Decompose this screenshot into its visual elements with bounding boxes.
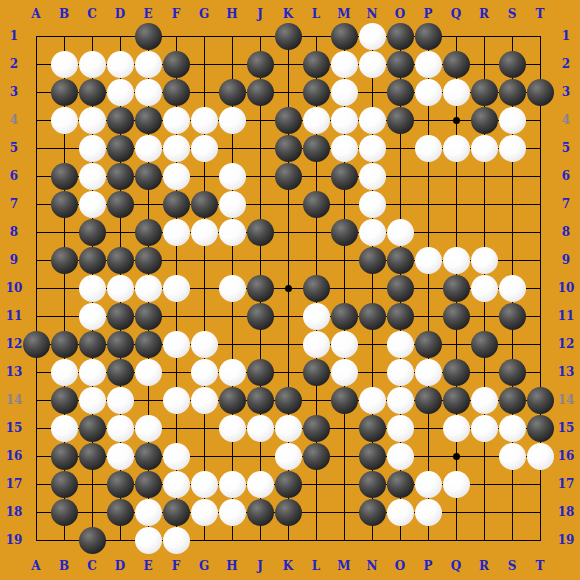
stone-white-C7 — [79, 191, 106, 218]
stone-black-S13 — [499, 359, 526, 386]
stone-white-F16 — [163, 443, 190, 470]
stone-white-E3 — [135, 79, 162, 106]
column-label-top-R: R — [472, 7, 496, 21]
stone-white-M4 — [331, 107, 358, 134]
row-label-right-17: 17 — [554, 477, 578, 491]
column-label-top-J: J — [248, 7, 272, 21]
stone-white-G8 — [191, 219, 218, 246]
stone-white-R15 — [471, 415, 498, 442]
grid-line-horizontal — [36, 540, 541, 541]
stone-black-E8 — [135, 219, 162, 246]
row-label-left-13: 13 — [2, 365, 26, 379]
stone-black-K4 — [275, 107, 302, 134]
stone-black-H3 — [219, 79, 246, 106]
stone-black-D17 — [107, 471, 134, 498]
column-label-bottom-T: T — [528, 559, 552, 573]
stone-black-B3 — [51, 79, 78, 106]
stone-white-S16 — [499, 443, 526, 470]
stone-white-S10 — [499, 275, 526, 302]
stone-white-R14 — [471, 387, 498, 414]
row-label-right-2: 2 — [554, 57, 578, 71]
stone-white-B13 — [51, 359, 78, 386]
column-label-bottom-F: F — [164, 559, 188, 573]
stone-white-E18 — [135, 499, 162, 526]
row-label-left-19: 19 — [2, 533, 26, 547]
stone-white-S5 — [499, 135, 526, 162]
column-label-bottom-K: K — [276, 559, 300, 573]
stone-white-H13 — [219, 359, 246, 386]
stone-white-G13 — [191, 359, 218, 386]
stone-white-P18 — [415, 499, 442, 526]
star-point-K10 — [285, 285, 292, 292]
column-label-bottom-B: B — [52, 559, 76, 573]
stone-white-Q15 — [443, 415, 470, 442]
stone-black-E4 — [135, 107, 162, 134]
stone-white-M12 — [331, 331, 358, 358]
stone-white-D14 — [107, 387, 134, 414]
stone-black-D9 — [107, 247, 134, 274]
row-label-right-13: 13 — [554, 365, 578, 379]
stone-black-P14 — [415, 387, 442, 414]
column-label-bottom-H: H — [220, 559, 244, 573]
column-label-bottom-J: J — [248, 559, 272, 573]
stone-black-B18 — [51, 499, 78, 526]
stone-white-H17 — [219, 471, 246, 498]
row-label-right-4: 4 — [554, 113, 578, 127]
stone-white-G4 — [191, 107, 218, 134]
stone-black-E16 — [135, 443, 162, 470]
stone-black-M6 — [331, 163, 358, 190]
stone-black-E17 — [135, 471, 162, 498]
stone-white-G17 — [191, 471, 218, 498]
stone-black-K17 — [275, 471, 302, 498]
stone-white-D3 — [107, 79, 134, 106]
star-point-Q4 — [453, 117, 460, 124]
stone-black-D5 — [107, 135, 134, 162]
stone-black-O4 — [387, 107, 414, 134]
stone-white-F4 — [163, 107, 190, 134]
stone-white-C5 — [79, 135, 106, 162]
stone-white-E2 — [135, 51, 162, 78]
stone-white-C10 — [79, 275, 106, 302]
stone-black-Q14 — [443, 387, 470, 414]
stone-black-S2 — [499, 51, 526, 78]
stone-white-O18 — [387, 499, 414, 526]
stone-white-J17 — [247, 471, 274, 498]
column-label-top-E: E — [136, 7, 160, 21]
stone-black-C9 — [79, 247, 106, 274]
stone-white-F10 — [163, 275, 190, 302]
stone-white-B2 — [51, 51, 78, 78]
stone-black-D13 — [107, 359, 134, 386]
stone-black-S14 — [499, 387, 526, 414]
stone-white-B15 — [51, 415, 78, 442]
column-label-bottom-G: G — [192, 559, 216, 573]
stone-black-E1 — [135, 23, 162, 50]
row-label-left-9: 9 — [2, 253, 26, 267]
row-label-right-5: 5 — [554, 141, 578, 155]
stone-white-O15 — [387, 415, 414, 442]
column-label-bottom-A: A — [24, 559, 48, 573]
stone-white-F19 — [163, 527, 190, 554]
column-label-top-B: B — [52, 7, 76, 21]
stone-black-T3 — [527, 79, 554, 106]
column-label-top-L: L — [304, 7, 328, 21]
stone-white-Q3 — [443, 79, 470, 106]
stone-black-D12 — [107, 331, 134, 358]
column-label-top-H: H — [220, 7, 244, 21]
stone-white-N6 — [359, 163, 386, 190]
stone-white-O8 — [387, 219, 414, 246]
column-label-bottom-C: C — [80, 559, 104, 573]
row-label-left-5: 5 — [2, 141, 26, 155]
stone-black-M1 — [331, 23, 358, 50]
stone-white-H15 — [219, 415, 246, 442]
column-label-top-K: K — [276, 7, 300, 21]
stone-black-L3 — [303, 79, 330, 106]
stone-black-J8 — [247, 219, 274, 246]
stone-black-B7 — [51, 191, 78, 218]
stone-white-K16 — [275, 443, 302, 470]
row-label-left-18: 18 — [2, 505, 26, 519]
stone-white-P9 — [415, 247, 442, 274]
stone-white-O14 — [387, 387, 414, 414]
stone-black-L13 — [303, 359, 330, 386]
stone-black-N9 — [359, 247, 386, 274]
stone-black-K18 — [275, 499, 302, 526]
row-label-left-17: 17 — [2, 477, 26, 491]
stone-black-R4 — [471, 107, 498, 134]
stone-white-E19 — [135, 527, 162, 554]
stone-black-P1 — [415, 23, 442, 50]
stone-white-H4 — [219, 107, 246, 134]
stone-black-D4 — [107, 107, 134, 134]
stone-black-S3 — [499, 79, 526, 106]
stone-black-N11 — [359, 303, 386, 330]
column-label-bottom-N: N — [360, 559, 384, 573]
stone-white-E15 — [135, 415, 162, 442]
stone-black-Q13 — [443, 359, 470, 386]
column-label-top-A: A — [24, 7, 48, 21]
column-label-bottom-D: D — [108, 559, 132, 573]
stone-black-O10 — [387, 275, 414, 302]
stone-black-T14 — [527, 387, 554, 414]
stone-black-M11 — [331, 303, 358, 330]
stone-black-R3 — [471, 79, 498, 106]
stone-white-H8 — [219, 219, 246, 246]
row-label-left-15: 15 — [2, 421, 26, 435]
stone-white-C6 — [79, 163, 106, 190]
row-label-left-10: 10 — [2, 281, 26, 295]
stone-black-L16 — [303, 443, 330, 470]
stone-black-J10 — [247, 275, 274, 302]
stone-white-B4 — [51, 107, 78, 134]
stone-black-C16 — [79, 443, 106, 470]
column-label-bottom-E: E — [136, 559, 160, 573]
row-label-left-2: 2 — [2, 57, 26, 71]
stone-black-F18 — [163, 499, 190, 526]
row-label-right-7: 7 — [554, 197, 578, 211]
stone-black-H14 — [219, 387, 246, 414]
go-board[interactable]: AABBCCDDEEFFGGHHJJKKLLMMNNOOPPQQRRSSTT11… — [0, 0, 580, 580]
stone-white-K15 — [275, 415, 302, 442]
stone-black-C12 — [79, 331, 106, 358]
stone-white-N5 — [359, 135, 386, 162]
stone-white-H10 — [219, 275, 246, 302]
stone-white-Q5 — [443, 135, 470, 162]
stone-white-F5 — [163, 135, 190, 162]
row-label-right-12: 12 — [554, 337, 578, 351]
stone-black-C19 — [79, 527, 106, 554]
stone-white-L11 — [303, 303, 330, 330]
stone-white-F14 — [163, 387, 190, 414]
column-label-bottom-M: M — [332, 559, 356, 573]
stone-white-S15 — [499, 415, 526, 442]
column-label-top-D: D — [108, 7, 132, 21]
stone-black-L10 — [303, 275, 330, 302]
stone-black-D18 — [107, 499, 134, 526]
row-label-right-15: 15 — [554, 421, 578, 435]
stone-white-N2 — [359, 51, 386, 78]
stone-white-C2 — [79, 51, 106, 78]
stone-black-F3 — [163, 79, 190, 106]
row-label-left-7: 7 — [2, 197, 26, 211]
stone-white-E10 — [135, 275, 162, 302]
stone-white-C4 — [79, 107, 106, 134]
stone-white-N8 — [359, 219, 386, 246]
row-label-left-11: 11 — [2, 309, 26, 323]
stone-black-J11 — [247, 303, 274, 330]
stone-black-O11 — [387, 303, 414, 330]
stone-black-L7 — [303, 191, 330, 218]
stone-black-J2 — [247, 51, 274, 78]
row-label-left-16: 16 — [2, 449, 26, 463]
stone-black-O2 — [387, 51, 414, 78]
stone-white-P13 — [415, 359, 442, 386]
stone-black-O3 — [387, 79, 414, 106]
column-label-bottom-R: R — [472, 559, 496, 573]
stone-black-Q2 — [443, 51, 470, 78]
stone-white-L4 — [303, 107, 330, 134]
row-label-right-16: 16 — [554, 449, 578, 463]
column-label-bottom-Q: Q — [444, 559, 468, 573]
stone-black-O17 — [387, 471, 414, 498]
column-label-bottom-O: O — [388, 559, 412, 573]
stone-white-N1 — [359, 23, 386, 50]
stone-black-C3 — [79, 79, 106, 106]
stone-white-M2 — [331, 51, 358, 78]
stone-black-Q11 — [443, 303, 470, 330]
stone-white-F12 — [163, 331, 190, 358]
stone-black-E12 — [135, 331, 162, 358]
stone-white-N4 — [359, 107, 386, 134]
stone-black-D6 — [107, 163, 134, 190]
row-label-right-1: 1 — [554, 29, 578, 43]
stone-black-B12 — [51, 331, 78, 358]
stone-black-E11 — [135, 303, 162, 330]
stone-black-B14 — [51, 387, 78, 414]
stone-white-D10 — [107, 275, 134, 302]
stone-black-A12 — [23, 331, 50, 358]
stone-white-M13 — [331, 359, 358, 386]
row-label-right-18: 18 — [554, 505, 578, 519]
stone-white-M3 — [331, 79, 358, 106]
stone-black-N15 — [359, 415, 386, 442]
row-label-left-1: 1 — [2, 29, 26, 43]
row-label-right-9: 9 — [554, 253, 578, 267]
stone-white-Q17 — [443, 471, 470, 498]
stone-black-B16 — [51, 443, 78, 470]
stone-black-J3 — [247, 79, 274, 106]
stone-black-N18 — [359, 499, 386, 526]
row-label-left-6: 6 — [2, 169, 26, 183]
stone-white-S4 — [499, 107, 526, 134]
stone-black-L15 — [303, 415, 330, 442]
stone-white-R9 — [471, 247, 498, 274]
column-label-top-Q: Q — [444, 7, 468, 21]
stone-white-J15 — [247, 415, 274, 442]
row-label-right-11: 11 — [554, 309, 578, 323]
stone-black-B9 — [51, 247, 78, 274]
stone-black-Q10 — [443, 275, 470, 302]
stone-black-G7 — [191, 191, 218, 218]
stone-black-J13 — [247, 359, 274, 386]
column-label-bottom-P: P — [416, 559, 440, 573]
star-point-Q16 — [453, 453, 460, 460]
stone-white-E13 — [135, 359, 162, 386]
stone-black-M14 — [331, 387, 358, 414]
stone-black-C15 — [79, 415, 106, 442]
stone-white-C11 — [79, 303, 106, 330]
stone-white-H7 — [219, 191, 246, 218]
stone-white-H18 — [219, 499, 246, 526]
stone-white-G12 — [191, 331, 218, 358]
stone-black-D11 — [107, 303, 134, 330]
stone-black-P12 — [415, 331, 442, 358]
stone-black-T15 — [527, 415, 554, 442]
stone-black-K14 — [275, 387, 302, 414]
stone-white-N7 — [359, 191, 386, 218]
stone-white-G5 — [191, 135, 218, 162]
stone-white-D2 — [107, 51, 134, 78]
column-label-bottom-L: L — [304, 559, 328, 573]
stone-white-F6 — [163, 163, 190, 190]
stone-white-D15 — [107, 415, 134, 442]
column-label-top-C: C — [80, 7, 104, 21]
stone-white-Q9 — [443, 247, 470, 274]
stone-black-N17 — [359, 471, 386, 498]
stone-black-B17 — [51, 471, 78, 498]
column-label-top-S: S — [500, 7, 524, 21]
stone-black-E9 — [135, 247, 162, 274]
stone-black-M8 — [331, 219, 358, 246]
stone-white-D16 — [107, 443, 134, 470]
stone-white-F17 — [163, 471, 190, 498]
stone-black-O1 — [387, 23, 414, 50]
stone-black-K6 — [275, 163, 302, 190]
row-label-left-4: 4 — [2, 113, 26, 127]
stone-black-L5 — [303, 135, 330, 162]
row-label-right-10: 10 — [554, 281, 578, 295]
stone-white-O12 — [387, 331, 414, 358]
stone-black-E6 — [135, 163, 162, 190]
row-label-left-14: 14 — [2, 393, 26, 407]
stone-white-L12 — [303, 331, 330, 358]
column-label-top-T: T — [528, 7, 552, 21]
row-label-right-8: 8 — [554, 225, 578, 239]
stone-white-C14 — [79, 387, 106, 414]
stone-white-G14 — [191, 387, 218, 414]
row-label-right-3: 3 — [554, 85, 578, 99]
row-label-right-14: 14 — [554, 393, 578, 407]
stone-white-P17 — [415, 471, 442, 498]
column-label-top-P: P — [416, 7, 440, 21]
stone-white-O13 — [387, 359, 414, 386]
column-label-top-G: G — [192, 7, 216, 21]
stone-white-P2 — [415, 51, 442, 78]
stone-black-L2 — [303, 51, 330, 78]
stone-white-T16 — [527, 443, 554, 470]
stone-white-E5 — [135, 135, 162, 162]
stone-black-N16 — [359, 443, 386, 470]
column-label-bottom-S: S — [500, 559, 524, 573]
stone-black-F7 — [163, 191, 190, 218]
stone-black-R12 — [471, 331, 498, 358]
stone-white-F8 — [163, 219, 190, 246]
stone-black-D7 — [107, 191, 134, 218]
stone-black-J14 — [247, 387, 274, 414]
stone-white-R5 — [471, 135, 498, 162]
stone-white-R10 — [471, 275, 498, 302]
stone-white-G18 — [191, 499, 218, 526]
stone-white-O16 — [387, 443, 414, 470]
stone-white-C13 — [79, 359, 106, 386]
stone-white-P5 — [415, 135, 442, 162]
row-label-right-19: 19 — [554, 533, 578, 547]
column-label-top-O: O — [388, 7, 412, 21]
stone-black-F2 — [163, 51, 190, 78]
stone-white-H6 — [219, 163, 246, 190]
row-label-left-8: 8 — [2, 225, 26, 239]
stone-black-B6 — [51, 163, 78, 190]
stone-black-C8 — [79, 219, 106, 246]
row-label-right-6: 6 — [554, 169, 578, 183]
row-label-left-3: 3 — [2, 85, 26, 99]
stone-white-N14 — [359, 387, 386, 414]
stone-black-O9 — [387, 247, 414, 274]
column-label-top-N: N — [360, 7, 384, 21]
column-label-top-F: F — [164, 7, 188, 21]
stone-white-P3 — [415, 79, 442, 106]
stone-black-J18 — [247, 499, 274, 526]
column-label-top-M: M — [332, 7, 356, 21]
stone-white-M5 — [331, 135, 358, 162]
stone-black-K1 — [275, 23, 302, 50]
stone-black-S11 — [499, 303, 526, 330]
stone-black-K5 — [275, 135, 302, 162]
grid-line-vertical — [428, 36, 429, 541]
